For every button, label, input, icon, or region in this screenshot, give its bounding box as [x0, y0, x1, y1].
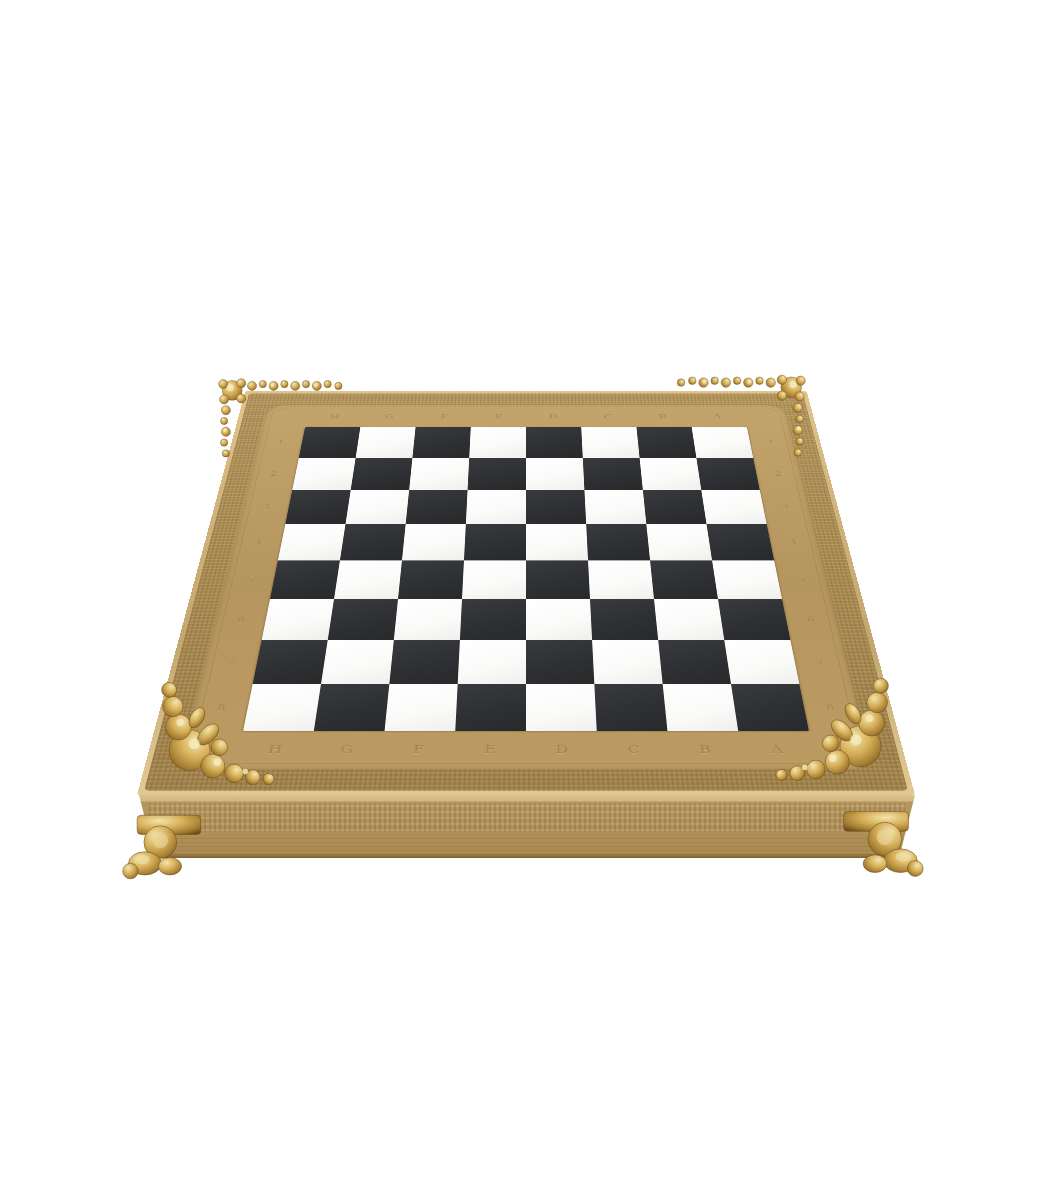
- square-c3[interactable]: [584, 490, 646, 524]
- square-g6[interactable]: [328, 599, 398, 640]
- square-c2[interactable]: [583, 458, 643, 490]
- square-f7[interactable]: [389, 640, 460, 684]
- file-label: C: [580, 407, 636, 426]
- chessboard: [243, 427, 809, 731]
- square-c5[interactable]: [588, 560, 654, 599]
- square-f1[interactable]: [412, 427, 470, 457]
- square-f5[interactable]: [398, 560, 464, 599]
- rank-label: 6: [785, 599, 838, 640]
- square-d3[interactable]: [526, 490, 586, 524]
- skirt-lower-molding: [153, 837, 901, 855]
- claw-foot-left-icon: [116, 812, 222, 882]
- square-a4[interactable]: [707, 524, 775, 560]
- square-b8[interactable]: [663, 684, 739, 731]
- square-e6[interactable]: [460, 599, 526, 640]
- square-f6[interactable]: [394, 599, 462, 640]
- square-g4[interactable]: [340, 524, 406, 560]
- square-d5[interactable]: [526, 560, 590, 599]
- rank-label: 4: [769, 524, 818, 560]
- square-e4[interactable]: [464, 524, 526, 560]
- square-g1[interactable]: [356, 427, 416, 457]
- square-d7[interactable]: [526, 640, 594, 684]
- frame-skirt: [139, 795, 915, 858]
- square-g2[interactable]: [351, 458, 413, 490]
- square-a3[interactable]: [701, 490, 766, 524]
- square-f2[interactable]: [409, 458, 469, 490]
- square-h4[interactable]: [278, 524, 346, 560]
- rocaille-ornament-bottom-right-icon: [748, 658, 908, 788]
- square-b4[interactable]: [646, 524, 712, 560]
- garland-ornament-top-right-icon: [668, 372, 808, 466]
- square-f4[interactable]: [402, 524, 466, 560]
- file-label: G: [309, 733, 385, 765]
- square-b3[interactable]: [643, 490, 707, 524]
- file-label: F: [416, 407, 472, 426]
- file-label: B: [668, 733, 744, 765]
- file-label: E: [454, 733, 526, 765]
- square-h3[interactable]: [285, 490, 350, 524]
- rank-label: 5: [224, 560, 275, 599]
- file-label: C: [597, 733, 671, 765]
- square-c1[interactable]: [581, 427, 639, 457]
- file-labels-bottom: HGFEDCBA: [236, 733, 816, 765]
- square-g8[interactable]: [314, 684, 390, 731]
- square-e5[interactable]: [462, 560, 526, 599]
- square-a5[interactable]: [712, 560, 782, 599]
- rank-label: 3: [762, 490, 810, 524]
- square-e2[interactable]: [468, 458, 526, 490]
- square-c8[interactable]: [594, 684, 667, 731]
- claw-foot-right-icon: [822, 808, 930, 880]
- rank-label: 3: [242, 490, 290, 524]
- square-b5[interactable]: [650, 560, 718, 599]
- square-d1[interactable]: [526, 427, 583, 457]
- square-h5[interactable]: [270, 560, 340, 599]
- square-d4[interactable]: [526, 524, 588, 560]
- product-photo: HGFEDCBA HGFEDCBA 12345678 12345678: [0, 0, 1038, 1184]
- square-f3[interactable]: [406, 490, 468, 524]
- file-label: D: [526, 407, 581, 426]
- square-b7[interactable]: [658, 640, 731, 684]
- rank-label: 4: [233, 524, 282, 560]
- file-label: E: [471, 407, 526, 426]
- square-c4[interactable]: [586, 524, 650, 560]
- file-label: F: [381, 733, 455, 765]
- square-c7[interactable]: [592, 640, 663, 684]
- square-f8[interactable]: [385, 684, 458, 731]
- rank-label: 6: [214, 599, 267, 640]
- square-h6[interactable]: [262, 599, 334, 640]
- square-e3[interactable]: [466, 490, 526, 524]
- square-c6[interactable]: [590, 599, 658, 640]
- square-e1[interactable]: [469, 427, 526, 457]
- rank-label: 5: [777, 560, 828, 599]
- file-label: G: [360, 407, 417, 426]
- square-g3[interactable]: [345, 490, 409, 524]
- square-g5[interactable]: [334, 560, 402, 599]
- square-b6[interactable]: [654, 599, 724, 640]
- file-label: D: [526, 733, 598, 765]
- square-g7[interactable]: [321, 640, 394, 684]
- square-d8[interactable]: [526, 684, 597, 731]
- square-d2[interactable]: [526, 458, 584, 490]
- rocaille-ornament-bottom-left-icon: [142, 662, 302, 792]
- square-d6[interactable]: [526, 599, 592, 640]
- square-e8[interactable]: [455, 684, 526, 731]
- square-e7[interactable]: [458, 640, 526, 684]
- square-a6[interactable]: [718, 599, 790, 640]
- skirt-engraving: [149, 803, 905, 831]
- garland-ornament-top-left-icon: [216, 374, 351, 468]
